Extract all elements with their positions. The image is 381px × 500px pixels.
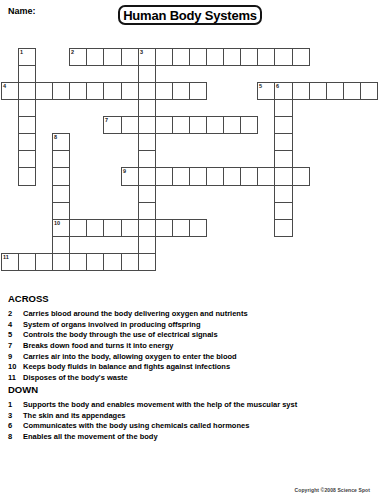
- crossword-cell[interactable]: [155, 116, 173, 134]
- clue-number: 3: [140, 49, 143, 56]
- crossword-cell[interactable]: [292, 82, 310, 100]
- down-clue-item: 1Supports the body and enables movement …: [8, 400, 297, 411]
- crossword-cell[interactable]: [52, 82, 70, 100]
- crossword-cell[interactable]: 8: [52, 133, 70, 151]
- across-clue-item: 5Controls the body through the use of el…: [8, 330, 248, 341]
- crossword-cell[interactable]: [360, 82, 378, 100]
- crossword-cell[interactable]: [103, 48, 122, 66]
- down-clue-item: 6Communicates with the body using chemic…: [8, 421, 297, 432]
- crossword-cell[interactable]: [138, 236, 156, 254]
- crossword-cell[interactable]: [274, 219, 293, 237]
- crossword-cell[interactable]: [103, 82, 122, 100]
- crossword-cell[interactable]: [240, 116, 258, 134]
- crossword-cell[interactable]: [274, 116, 293, 134]
- down-header: DOWN: [8, 385, 297, 395]
- crossword-cell[interactable]: 4: [1, 82, 19, 100]
- across-clue-item: 11Disposes of the body's waste: [8, 373, 248, 384]
- clue-number: 10: [54, 220, 60, 227]
- crossword-cell[interactable]: [18, 82, 36, 100]
- crossword-cell[interactable]: 11: [1, 253, 19, 271]
- crossword-cell[interactable]: [240, 48, 258, 66]
- crossword-cell[interactable]: [138, 116, 156, 134]
- clue-item-number: 10: [8, 362, 23, 373]
- crossword-cell[interactable]: [257, 167, 275, 186]
- down-clue-item: 8Enables all the movement of the body: [8, 432, 297, 443]
- crossword-cell[interactable]: [155, 48, 173, 66]
- crossword-cell[interactable]: [138, 253, 156, 271]
- clue-number: 8: [54, 134, 57, 141]
- crossword-cell[interactable]: [309, 82, 327, 100]
- clue-item-text: Keeps body fluids in balance and fights …: [23, 362, 230, 373]
- crossword-cell[interactable]: [172, 219, 190, 237]
- crossword-cell[interactable]: [103, 253, 122, 271]
- clue-item-number: 8: [8, 432, 23, 443]
- down-clue-list: 1Supports the body and enables movement …: [8, 400, 297, 443]
- across-clues-section: ACROSS 2Carries blood around the body de…: [8, 294, 248, 384]
- crossword-cell[interactable]: [138, 185, 156, 203]
- crossword-cell[interactable]: 5: [257, 82, 275, 100]
- crossword-cell[interactable]: [274, 133, 293, 151]
- crossword-cell[interactable]: [121, 219, 139, 237]
- clue-item-text: Disposes of the body's waste: [23, 373, 128, 384]
- crossword-cell[interactable]: [206, 167, 224, 186]
- across-clue-item: 2Carries blood around the body deliverin…: [8, 309, 248, 320]
- crossword-cell[interactable]: [121, 82, 139, 100]
- clue-item-text: Breaks down food and turns it into energ…: [23, 341, 173, 352]
- clue-number: 5: [259, 83, 262, 90]
- across-clue-item: 10Keeps body fluids in balance and fight…: [8, 362, 248, 373]
- clue-item-number: 1: [8, 400, 23, 411]
- across-clue-item: 7Breaks down food and turns it into ener…: [8, 341, 248, 352]
- crossword-cell[interactable]: [69, 253, 87, 271]
- crossword-cell[interactable]: [223, 167, 241, 186]
- crossword-cell[interactable]: [206, 116, 224, 134]
- clue-item-number: 6: [8, 421, 23, 432]
- crossword-cell[interactable]: [138, 219, 156, 237]
- crossword-cell[interactable]: [138, 150, 156, 168]
- crossword-cell[interactable]: [223, 48, 241, 66]
- crossword-cell[interactable]: [155, 167, 173, 186]
- crossword-cell[interactable]: [292, 48, 310, 66]
- crossword-cell[interactable]: [138, 167, 156, 186]
- crossword-cell[interactable]: [69, 82, 87, 100]
- crossword-cell[interactable]: [18, 150, 36, 168]
- crossword-cell[interactable]: [52, 236, 70, 254]
- crossword-cell[interactable]: 10: [52, 219, 70, 237]
- clue-item-number: 11: [8, 373, 23, 384]
- crossword-cell[interactable]: [274, 99, 293, 117]
- down-clues-section: DOWN 1Supports the body and enables move…: [8, 385, 297, 443]
- clue-item-text: Communicates with the body using chemica…: [23, 421, 249, 432]
- crossword-cell[interactable]: [189, 219, 207, 237]
- clue-item-text: Carries air into the body, allowing oxyg…: [23, 352, 237, 363]
- clue-item-text: The skin and its appendages: [23, 411, 126, 422]
- crossword-cell[interactable]: [172, 116, 190, 134]
- clue-number: 2: [71, 49, 74, 56]
- crossword-cell[interactable]: [343, 82, 361, 100]
- crossword-cell[interactable]: [257, 48, 275, 66]
- clue-item-number: 2: [8, 309, 23, 320]
- crossword-cell[interactable]: [172, 82, 190, 100]
- crossword-cell[interactable]: [138, 133, 156, 151]
- crossword-cell[interactable]: [52, 253, 70, 271]
- crossword-cell[interactable]: [121, 253, 139, 271]
- crossword-cell[interactable]: [35, 82, 53, 100]
- crossword-cell[interactable]: [155, 82, 173, 100]
- crossword-cell[interactable]: [274, 167, 293, 186]
- down-clue-item: 3The skin and its appendages: [8, 411, 297, 422]
- clue-item-text: System of organs involved in producing o…: [23, 320, 201, 331]
- crossword-cell[interactable]: [103, 219, 122, 237]
- across-clue-list: 2Carries blood around the body deliverin…: [8, 309, 248, 384]
- crossword-cell[interactable]: [18, 116, 36, 134]
- clue-number: 11: [3, 254, 9, 261]
- clue-item-text: Enables all the movement of the body: [23, 432, 158, 443]
- crossword-cell[interactable]: 7: [103, 116, 122, 134]
- crossword-cell[interactable]: [274, 150, 293, 168]
- clue-item-number: 3: [8, 411, 23, 422]
- clue-number: 9: [123, 168, 126, 175]
- crossword-cell[interactable]: [86, 253, 104, 271]
- clue-item-number: 9: [8, 352, 23, 363]
- crossword-cell[interactable]: 1: [18, 48, 36, 66]
- crossword-cell[interactable]: [86, 219, 104, 237]
- crossword-cell[interactable]: [18, 65, 36, 83]
- crossword-cell[interactable]: [35, 253, 53, 271]
- copyright-text: Copyright ©2008 Science Spot: [295, 487, 370, 493]
- clue-number: 1: [20, 49, 23, 56]
- crossword-cell[interactable]: [138, 65, 156, 83]
- crossword-cell[interactable]: 6: [274, 82, 293, 100]
- crossword-cell[interactable]: [172, 167, 190, 186]
- crossword-cell[interactable]: [86, 48, 104, 66]
- crossword-cell[interactable]: [52, 150, 70, 168]
- crossword-grid: 1234567891011: [0, 0, 381, 281]
- crossword-cell[interactable]: [326, 82, 344, 100]
- crossword-cell[interactable]: [52, 202, 70, 220]
- clue-item-number: 7: [8, 341, 23, 352]
- crossword-cell[interactable]: [189, 116, 207, 134]
- across-clue-item: 4System of organs involved in producing …: [8, 320, 248, 331]
- across-header: ACROSS: [8, 294, 248, 304]
- crossword-cell[interactable]: [69, 219, 87, 237]
- crossword-cell[interactable]: [189, 167, 207, 186]
- crossword-cell[interactable]: [189, 82, 207, 100]
- crossword-cell[interactable]: [86, 82, 104, 100]
- crossword-cell[interactable]: [52, 185, 70, 203]
- crossword-cell[interactable]: [240, 167, 258, 186]
- crossword-cell[interactable]: [18, 253, 36, 271]
- across-clue-item: 9Carries air into the body, allowing oxy…: [8, 352, 248, 363]
- clue-item-number: 5: [8, 330, 23, 341]
- crossword-cell[interactable]: [18, 167, 36, 186]
- clue-item-text: Supports the body and enables movement w…: [23, 400, 297, 411]
- crossword-cell[interactable]: [138, 82, 156, 100]
- crossword-cell[interactable]: [223, 116, 241, 134]
- crossword-cell[interactable]: 9: [121, 167, 139, 186]
- crossword-cell[interactable]: [172, 48, 190, 66]
- crossword-cell[interactable]: [18, 99, 36, 117]
- clue-item-text: Carries blood around the body delivering…: [23, 309, 248, 320]
- clue-number: 6: [276, 83, 279, 90]
- crossword-cell[interactable]: [121, 116, 139, 134]
- crossword-cell[interactable]: [274, 185, 293, 203]
- crossword-cell[interactable]: [292, 167, 310, 186]
- clue-item-number: 4: [8, 320, 23, 331]
- crossword-cell[interactable]: [138, 202, 156, 220]
- crossword-cell[interactable]: [274, 202, 293, 220]
- crossword-cell[interactable]: [138, 99, 156, 117]
- crossword-cell[interactable]: [52, 167, 70, 186]
- clue-number: 4: [3, 83, 6, 90]
- clue-item-text: Controls the body through the use of ele…: [23, 330, 218, 341]
- crossword-cell[interactable]: 3: [138, 48, 156, 66]
- crossword-cell[interactable]: [189, 48, 207, 66]
- crossword-cell[interactable]: [206, 48, 224, 66]
- crossword-cell[interactable]: 2: [69, 48, 87, 66]
- crossword-cell[interactable]: [121, 48, 139, 66]
- clue-number: 7: [105, 117, 108, 124]
- crossword-cell[interactable]: [274, 48, 293, 66]
- crossword-cell[interactable]: [155, 219, 173, 237]
- crossword-cell[interactable]: [18, 133, 36, 151]
